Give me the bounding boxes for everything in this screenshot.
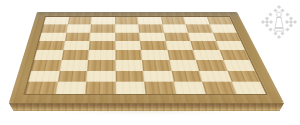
product-photo — [0, 0, 300, 125]
square-h1 — [231, 82, 266, 94]
square-d7 — [115, 24, 139, 32]
square-e5 — [140, 41, 167, 50]
square-h4 — [219, 50, 250, 60]
square-c5 — [89, 41, 115, 50]
square-a2 — [28, 70, 59, 81]
square-g6 — [188, 32, 216, 41]
square-c3 — [87, 60, 115, 71]
square-f7 — [162, 24, 188, 32]
square-c8 — [91, 17, 115, 25]
board-edge — [9, 103, 284, 111]
square-d6 — [115, 32, 140, 41]
square-e1 — [144, 82, 175, 94]
square-g8 — [183, 17, 209, 25]
square-d1 — [115, 82, 145, 94]
square-c7 — [90, 24, 114, 32]
square-d5 — [115, 41, 141, 50]
square-a8 — [44, 17, 69, 25]
square-g4 — [193, 50, 223, 60]
square-h6 — [212, 32, 240, 41]
square-f6 — [163, 32, 190, 41]
square-b8 — [67, 17, 91, 25]
square-h8 — [206, 17, 233, 25]
square-c1 — [85, 82, 115, 94]
square-b3 — [59, 60, 88, 71]
square-h3 — [223, 60, 255, 71]
square-d2 — [115, 70, 144, 81]
square-g2 — [199, 70, 231, 81]
square-h5 — [216, 41, 246, 50]
square-b2 — [57, 70, 87, 81]
square-a5 — [37, 41, 65, 50]
square-e4 — [141, 50, 169, 60]
square-e3 — [142, 60, 171, 71]
square-f2 — [171, 70, 202, 81]
square-f1 — [173, 82, 205, 94]
chess-board — [9, 12, 284, 103]
square-g7 — [186, 24, 213, 32]
square-c6 — [90, 32, 115, 41]
square-b1 — [55, 82, 86, 94]
square-a3 — [31, 60, 61, 71]
square-e8 — [137, 17, 161, 25]
ornamental-pawn-logo-icon — [260, 4, 298, 40]
square-d8 — [115, 17, 139, 25]
square-a1 — [25, 82, 57, 94]
board-grid — [25, 17, 266, 94]
square-b5 — [63, 41, 90, 50]
square-a6 — [39, 32, 66, 41]
square-d4 — [115, 50, 142, 60]
square-h2 — [227, 70, 260, 81]
square-a7 — [42, 24, 68, 32]
square-h7 — [209, 24, 236, 32]
square-c2 — [86, 70, 115, 81]
square-g3 — [196, 60, 227, 71]
square-f5 — [165, 41, 193, 50]
square-c4 — [88, 50, 115, 60]
square-e2 — [143, 70, 173, 81]
square-g5 — [190, 41, 219, 50]
square-a4 — [34, 50, 63, 60]
square-f8 — [160, 17, 185, 25]
square-d3 — [115, 60, 143, 71]
square-b4 — [61, 50, 89, 60]
square-f4 — [167, 50, 196, 60]
square-f3 — [169, 60, 199, 71]
square-e7 — [138, 24, 163, 32]
square-g1 — [202, 82, 236, 94]
square-b6 — [64, 32, 90, 41]
square-e6 — [139, 32, 165, 41]
square-b7 — [66, 24, 91, 32]
